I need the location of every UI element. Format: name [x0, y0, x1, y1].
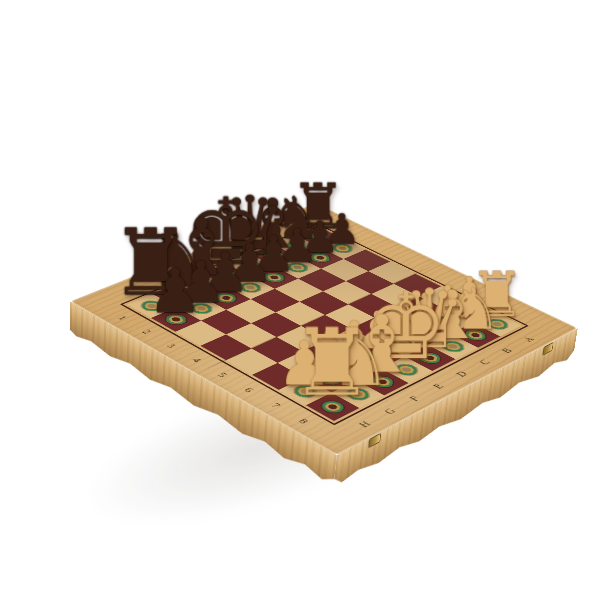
- chess-set-photo: 12345678 ABCDEFGH ♜♟♟♜♞♟♟♞♝♟♟♝♛♟♟♛♚♟♟♚♝♟…: [0, 0, 600, 600]
- black-pawn-glyph: ♟: [104, 262, 246, 320]
- white-rook-glyph: ♜: [256, 319, 408, 408]
